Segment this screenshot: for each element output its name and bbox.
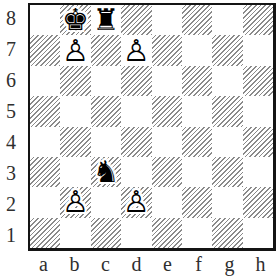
rank-label-6: 6 [1, 65, 21, 96]
file-label-g: g [214, 250, 245, 278]
square-a1[interactable] [30, 218, 60, 248]
file-label-a: a [28, 250, 59, 278]
square-b7[interactable]: ♙ [60, 35, 90, 65]
square-h7[interactable] [243, 35, 273, 65]
square-d6[interactable] [121, 66, 151, 96]
square-g4[interactable] [212, 127, 242, 157]
square-h5[interactable] [243, 96, 273, 126]
square-d3[interactable] [121, 157, 151, 187]
square-g1[interactable] [212, 218, 242, 248]
square-a6[interactable] [30, 66, 60, 96]
square-h6[interactable] [243, 66, 273, 96]
chess-diagram: 8 7 6 5 4 3 2 1 ♚♜♙♙♞♙♙ a b c d e f g h [0, 0, 279, 279]
chess-board[interactable]: ♚♜♙♙♞♙♙ [28, 3, 276, 251]
square-b5[interactable] [60, 96, 90, 126]
square-a5[interactable] [30, 96, 60, 126]
square-e8[interactable] [152, 5, 182, 35]
rank-labels: 8 7 6 5 4 3 2 1 [1, 3, 21, 251]
square-c5[interactable] [91, 96, 121, 126]
file-labels: a b c d e f g h [28, 250, 276, 278]
rank-label-1: 1 [1, 220, 21, 251]
rank-label-5: 5 [1, 96, 21, 127]
black-knight[interactable]: ♞ [92, 157, 119, 187]
square-e3[interactable] [152, 157, 182, 187]
square-b6[interactable] [60, 66, 90, 96]
square-c6[interactable] [91, 66, 121, 96]
rank-label-4: 4 [1, 127, 21, 158]
square-b8[interactable]: ♚ [60, 5, 90, 35]
white-pawn[interactable]: ♙ [62, 36, 89, 66]
square-a2[interactable] [30, 187, 60, 217]
square-h2[interactable] [243, 187, 273, 217]
square-d2[interactable]: ♙ [121, 187, 151, 217]
square-c7[interactable] [91, 35, 121, 65]
square-c4[interactable] [91, 127, 121, 157]
square-e4[interactable] [152, 127, 182, 157]
square-h8[interactable] [243, 5, 273, 35]
rank-label-3: 3 [1, 158, 21, 189]
square-g5[interactable] [212, 96, 242, 126]
square-a3[interactable] [30, 157, 60, 187]
square-g2[interactable] [212, 187, 242, 217]
square-f5[interactable] [182, 96, 212, 126]
square-b3[interactable] [60, 157, 90, 187]
file-label-f: f [183, 250, 214, 278]
square-e7[interactable] [152, 35, 182, 65]
square-f1[interactable] [182, 218, 212, 248]
white-pawn[interactable]: ♙ [62, 187, 89, 217]
square-g6[interactable] [212, 66, 242, 96]
square-b4[interactable] [60, 127, 90, 157]
square-g7[interactable] [212, 35, 242, 65]
square-a4[interactable] [30, 127, 60, 157]
square-f7[interactable] [182, 35, 212, 65]
square-d7[interactable]: ♙ [121, 35, 151, 65]
square-b1[interactable] [60, 218, 90, 248]
black-king[interactable]: ♚ [62, 5, 89, 35]
square-a8[interactable] [30, 5, 60, 35]
file-label-h: h [245, 250, 276, 278]
square-f4[interactable] [182, 127, 212, 157]
rank-label-8: 8 [1, 3, 21, 34]
white-pawn[interactable]: ♙ [123, 36, 150, 66]
square-f3[interactable] [182, 157, 212, 187]
square-g8[interactable] [212, 5, 242, 35]
square-c3[interactable]: ♞ [91, 157, 121, 187]
square-d8[interactable] [121, 5, 151, 35]
file-label-b: b [59, 250, 90, 278]
square-d1[interactable] [121, 218, 151, 248]
square-d5[interactable] [121, 96, 151, 126]
square-b2[interactable]: ♙ [60, 187, 90, 217]
square-c2[interactable] [91, 187, 121, 217]
black-rook[interactable]: ♜ [92, 5, 119, 35]
square-e5[interactable] [152, 96, 182, 126]
square-f8[interactable] [182, 5, 212, 35]
square-c1[interactable] [91, 218, 121, 248]
square-e6[interactable] [152, 66, 182, 96]
square-h3[interactable] [243, 157, 273, 187]
square-e2[interactable] [152, 187, 182, 217]
square-a7[interactable] [30, 35, 60, 65]
square-g3[interactable] [212, 157, 242, 187]
square-f2[interactable] [182, 187, 212, 217]
rank-label-7: 7 [1, 34, 21, 65]
square-f6[interactable] [182, 66, 212, 96]
square-c8[interactable]: ♜ [91, 5, 121, 35]
rank-label-2: 2 [1, 189, 21, 220]
white-pawn[interactable]: ♙ [123, 187, 150, 217]
square-h1[interactable] [243, 218, 273, 248]
file-label-e: e [152, 250, 183, 278]
square-d4[interactable] [121, 127, 151, 157]
square-e1[interactable] [152, 218, 182, 248]
file-label-d: d [121, 250, 152, 278]
square-h4[interactable] [243, 127, 273, 157]
file-label-c: c [90, 250, 121, 278]
